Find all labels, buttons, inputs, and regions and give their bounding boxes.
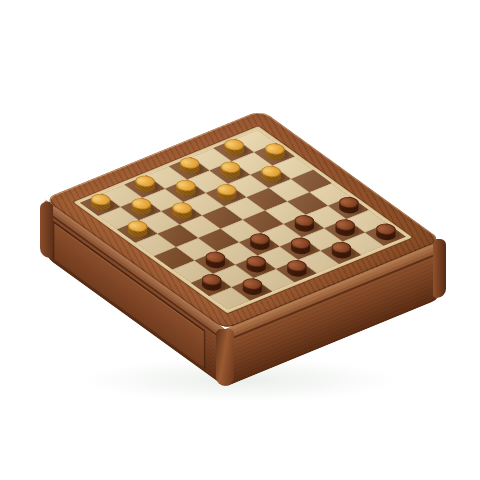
box-corner-edge-right [433, 239, 446, 298]
box-corner-edge-left [40, 202, 53, 258]
checkers-box-product-photo [0, 0, 480, 480]
box-corner-edge-near [216, 329, 234, 386]
